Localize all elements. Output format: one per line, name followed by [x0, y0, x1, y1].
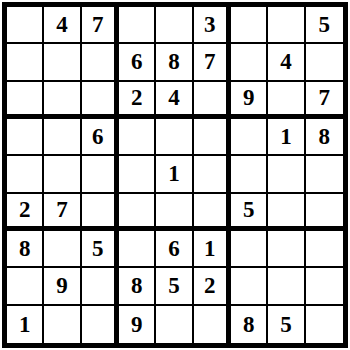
cell-r3c1[interactable] — [7, 82, 44, 119]
cell-r2c7[interactable] — [231, 44, 268, 81]
cell-r1c6-given[interactable]: 3 — [194, 7, 231, 44]
cell-r5c9[interactable] — [306, 156, 343, 193]
cell-r5c1[interactable] — [7, 156, 44, 193]
cell-r7c4[interactable] — [119, 231, 156, 268]
cell-r8c9[interactable] — [306, 268, 343, 305]
cell-r8c7[interactable] — [231, 268, 268, 305]
cell-r9c6[interactable] — [194, 306, 231, 343]
cell-r1c2-given[interactable]: 4 — [44, 7, 81, 44]
cell-r8c8[interactable] — [268, 268, 305, 305]
cell-r3c8[interactable] — [268, 82, 305, 119]
cell-r8c2-given[interactable]: 9 — [44, 268, 81, 305]
cell-r7c3-given[interactable]: 5 — [82, 231, 119, 268]
cell-r2c5-given[interactable]: 8 — [156, 44, 193, 81]
cell-r1c3-given[interactable]: 7 — [82, 7, 119, 44]
cell-r7c1-given[interactable]: 8 — [7, 231, 44, 268]
cell-r5c3[interactable] — [82, 156, 119, 193]
page-background: 4735687424976181275856198521985 — [0, 0, 350, 350]
cell-r2c3[interactable] — [82, 44, 119, 81]
cell-r1c9-given[interactable]: 5 — [306, 7, 343, 44]
cell-r4c1[interactable] — [7, 119, 44, 156]
cell-r9c4-given[interactable]: 9 — [119, 306, 156, 343]
cell-r6c3[interactable] — [82, 194, 119, 231]
cell-r3c5-given[interactable]: 4 — [156, 82, 193, 119]
cell-r7c7[interactable] — [231, 231, 268, 268]
cell-r6c2-given[interactable]: 7 — [44, 194, 81, 231]
cell-r7c9[interactable] — [306, 231, 343, 268]
cell-r2c8-given[interactable]: 4 — [268, 44, 305, 81]
cell-r7c8[interactable] — [268, 231, 305, 268]
cell-r9c7-given[interactable]: 8 — [231, 306, 268, 343]
cell-r2c6-given[interactable]: 7 — [194, 44, 231, 81]
cell-r4c4[interactable] — [119, 119, 156, 156]
cell-r9c8-given[interactable]: 5 — [268, 306, 305, 343]
cell-r6c9[interactable] — [306, 194, 343, 231]
cell-r5c8[interactable] — [268, 156, 305, 193]
cell-r7c6-given[interactable]: 1 — [194, 231, 231, 268]
cell-r8c4-given[interactable]: 8 — [119, 268, 156, 305]
cell-r4c7[interactable] — [231, 119, 268, 156]
cell-r3c4-given[interactable]: 2 — [119, 82, 156, 119]
cell-r4c5[interactable] — [156, 119, 193, 156]
cell-r3c3[interactable] — [82, 82, 119, 119]
cell-r8c3[interactable] — [82, 268, 119, 305]
cell-r3c9-given[interactable]: 7 — [306, 82, 343, 119]
cell-r7c2[interactable] — [44, 231, 81, 268]
cell-r6c7-given[interactable]: 5 — [231, 194, 268, 231]
cell-r2c1[interactable] — [7, 44, 44, 81]
sudoku-board: 4735687424976181275856198521985 — [2, 2, 348, 348]
cell-r6c6[interactable] — [194, 194, 231, 231]
cell-r3c6[interactable] — [194, 82, 231, 119]
cell-r5c2[interactable] — [44, 156, 81, 193]
cell-r5c5-given[interactable]: 1 — [156, 156, 193, 193]
cell-r1c5[interactable] — [156, 7, 193, 44]
cell-r3c2[interactable] — [44, 82, 81, 119]
cell-r7c5-given[interactable]: 6 — [156, 231, 193, 268]
cell-r6c1-given[interactable]: 2 — [7, 194, 44, 231]
cell-r8c5-given[interactable]: 5 — [156, 268, 193, 305]
cell-r4c3-given[interactable]: 6 — [82, 119, 119, 156]
cell-r6c4[interactable] — [119, 194, 156, 231]
cell-r4c8-given[interactable]: 1 — [268, 119, 305, 156]
cell-r9c2[interactable] — [44, 306, 81, 343]
cell-r6c8[interactable] — [268, 194, 305, 231]
cell-r8c1[interactable] — [7, 268, 44, 305]
cell-r1c8[interactable] — [268, 7, 305, 44]
cell-r4c2[interactable] — [44, 119, 81, 156]
cell-r5c6[interactable] — [194, 156, 231, 193]
cell-r1c1[interactable] — [7, 7, 44, 44]
cell-r2c2[interactable] — [44, 44, 81, 81]
cell-r9c1-given[interactable]: 1 — [7, 306, 44, 343]
cell-r4c6[interactable] — [194, 119, 231, 156]
cell-r8c6-given[interactable]: 2 — [194, 268, 231, 305]
cell-r6c5[interactable] — [156, 194, 193, 231]
cell-r9c9[interactable] — [306, 306, 343, 343]
cell-r2c4-given[interactable]: 6 — [119, 44, 156, 81]
cell-r9c3[interactable] — [82, 306, 119, 343]
cell-r2c9[interactable] — [306, 44, 343, 81]
cell-r3c7-given[interactable]: 9 — [231, 82, 268, 119]
cell-r9c5[interactable] — [156, 306, 193, 343]
cell-r4c9-given[interactable]: 8 — [306, 119, 343, 156]
cell-r5c4[interactable] — [119, 156, 156, 193]
cell-r1c7[interactable] — [231, 7, 268, 44]
cell-r1c4[interactable] — [119, 7, 156, 44]
cell-r5c7[interactable] — [231, 156, 268, 193]
